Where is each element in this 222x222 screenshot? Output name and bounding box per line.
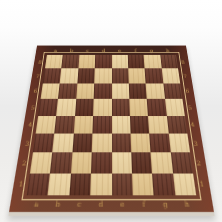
square-e7[interactable] [112, 69, 129, 84]
square-b5[interactable] [57, 99, 77, 116]
square-f6[interactable] [129, 83, 147, 99]
square-f5[interactable] [129, 99, 148, 116]
square-g2[interactable] [151, 153, 173, 174]
square-b6[interactable] [58, 83, 77, 99]
square-g1[interactable] [152, 173, 175, 195]
square-e5[interactable] [112, 99, 130, 116]
square-e6[interactable] [112, 83, 130, 99]
square-d3[interactable] [92, 133, 112, 152]
square-d6[interactable] [94, 83, 112, 99]
square-c3[interactable] [72, 133, 92, 152]
square-c8[interactable] [78, 55, 95, 69]
square-a6[interactable] [41, 83, 60, 99]
square-g6[interactable] [146, 83, 165, 99]
square-e8[interactable] [112, 55, 129, 69]
square-d5[interactable] [93, 99, 111, 116]
square-g5[interactable] [147, 99, 167, 116]
square-f3[interactable] [130, 133, 150, 152]
square-g7[interactable] [145, 69, 163, 84]
square-f1[interactable] [132, 173, 154, 195]
square-c5[interactable] [75, 99, 94, 116]
square-d4[interactable] [93, 116, 112, 134]
square-b8[interactable] [62, 55, 80, 69]
square-d8[interactable] [95, 55, 112, 69]
square-h7[interactable] [161, 69, 180, 84]
square-g8[interactable] [144, 55, 162, 69]
photo-background: abcdefgh abcdefgh 87654321 87654321 [0, 0, 222, 222]
square-c2[interactable] [71, 153, 92, 174]
square-e1[interactable] [112, 173, 133, 195]
square-b2[interactable] [50, 153, 72, 174]
square-h1[interactable] [173, 173, 197, 195]
square-f8[interactable] [128, 55, 145, 69]
square-h8[interactable] [160, 55, 178, 69]
square-a1[interactable] [27, 173, 51, 195]
square-b7[interactable] [60, 69, 78, 84]
square-f2[interactable] [131, 153, 152, 174]
square-d2[interactable] [91, 153, 111, 174]
square-c4[interactable] [74, 116, 94, 134]
square-a3[interactable] [33, 133, 55, 152]
square-c1[interactable] [69, 173, 91, 195]
square-d1[interactable] [90, 173, 111, 195]
square-h6[interactable] [163, 83, 182, 99]
square-f4[interactable] [130, 116, 150, 134]
square-a4[interactable] [36, 116, 57, 134]
square-e2[interactable] [112, 153, 132, 174]
square-e4[interactable] [112, 116, 131, 134]
square-c6[interactable] [76, 83, 94, 99]
square-h2[interactable] [170, 153, 193, 174]
square-h3[interactable] [168, 133, 190, 152]
square-g3[interactable] [149, 133, 170, 152]
square-d7[interactable] [94, 69, 111, 84]
chess-board: abcdefgh abcdefgh 87654321 87654321 [8, 46, 214, 216]
square-a5[interactable] [38, 99, 58, 116]
square-c7[interactable] [77, 69, 95, 84]
square-a8[interactable] [45, 55, 63, 69]
square-b3[interactable] [53, 133, 74, 152]
board-grid [27, 55, 196, 195]
square-a7[interactable] [43, 69, 62, 84]
square-b1[interactable] [48, 173, 71, 195]
square-a2[interactable] [30, 153, 53, 174]
square-f7[interactable] [128, 69, 146, 84]
square-e3[interactable] [112, 133, 132, 152]
square-g4[interactable] [148, 116, 168, 134]
square-b4[interactable] [55, 116, 75, 134]
square-h4[interactable] [166, 116, 187, 134]
square-h5[interactable] [165, 99, 185, 116]
